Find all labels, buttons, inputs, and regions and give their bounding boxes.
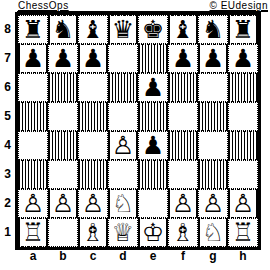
square-e1: ♔ bbox=[138, 218, 168, 247]
black-pawn-g7: ♟ bbox=[200, 45, 226, 72]
square-f7: ♟ bbox=[168, 44, 198, 73]
file-label-a: a bbox=[18, 250, 48, 263]
white-pawn-d4: ♙ bbox=[110, 132, 136, 159]
rank-label-7: 7 bbox=[0, 44, 15, 73]
square-a3 bbox=[18, 160, 48, 189]
rank-label-8: 8 bbox=[0, 15, 15, 44]
square-b4 bbox=[48, 131, 78, 160]
black-king-e8: ♚ bbox=[142, 16, 164, 43]
square-e8: ♚ bbox=[138, 15, 168, 44]
white-bishop-f1: ♗ bbox=[172, 219, 194, 246]
square-c2: ♙ bbox=[78, 189, 108, 218]
rank-label-3: 3 bbox=[0, 160, 15, 189]
square-h1: ♖ bbox=[228, 218, 258, 247]
rank-label-1: 1 bbox=[0, 218, 15, 247]
square-f5 bbox=[168, 102, 198, 131]
square-f4 bbox=[168, 131, 198, 160]
file-label-d: d bbox=[108, 250, 138, 263]
square-a7: ♟ bbox=[18, 44, 48, 73]
square-g3 bbox=[198, 160, 228, 189]
file-label-h: h bbox=[228, 250, 258, 263]
square-e2 bbox=[138, 189, 168, 218]
black-bishop-f8: ♝ bbox=[170, 16, 196, 43]
square-e5 bbox=[138, 102, 168, 131]
square-e6: ♟ bbox=[138, 73, 168, 102]
board: ♜♞♝♛♚♝♞♜♟♟♟♟♟♟♟♙♟♙♙♙♘♙♙♙♖♗♕♔♗♘♖ bbox=[15, 12, 261, 250]
square-h6 bbox=[228, 73, 258, 102]
square-b5 bbox=[48, 102, 78, 131]
white-pawn-f2: ♙ bbox=[170, 190, 196, 217]
square-f3 bbox=[168, 160, 198, 189]
black-rook-h8: ♜ bbox=[230, 16, 256, 43]
square-g6 bbox=[198, 73, 228, 102]
square-a1: ♖ bbox=[18, 218, 48, 247]
square-d3 bbox=[108, 160, 138, 189]
square-g8: ♞ bbox=[198, 15, 228, 44]
square-h4 bbox=[228, 131, 258, 160]
square-e3 bbox=[138, 160, 168, 189]
file-label-f: f bbox=[168, 250, 198, 263]
white-pawn-a2: ♙ bbox=[22, 190, 44, 217]
square-f8: ♝ bbox=[168, 15, 198, 44]
eudesign-copyright-link[interactable]: © EUdesign bbox=[209, 0, 268, 11]
square-d7 bbox=[108, 44, 138, 73]
square-c8: ♝ bbox=[78, 15, 108, 44]
square-e4: ♟ bbox=[138, 131, 168, 160]
file-labels: abcdefgh bbox=[18, 250, 258, 263]
square-c4 bbox=[78, 131, 108, 160]
square-b2: ♙ bbox=[48, 189, 78, 218]
square-a8: ♜ bbox=[18, 15, 48, 44]
rank-labels: 87654321 bbox=[0, 15, 15, 247]
square-d1: ♕ bbox=[108, 218, 138, 247]
square-d6 bbox=[108, 73, 138, 102]
file-label-e: e bbox=[138, 250, 168, 263]
square-c1: ♗ bbox=[78, 218, 108, 247]
square-b8: ♞ bbox=[48, 15, 78, 44]
black-pawn-a7: ♟ bbox=[20, 45, 46, 72]
square-f6 bbox=[168, 73, 198, 102]
square-d8: ♛ bbox=[108, 15, 138, 44]
white-pawn-b2: ♙ bbox=[50, 190, 76, 217]
square-e7 bbox=[138, 44, 168, 73]
square-f2: ♙ bbox=[168, 189, 198, 218]
square-g4 bbox=[198, 131, 228, 160]
square-d5 bbox=[108, 102, 138, 131]
square-g1: ♘ bbox=[198, 218, 228, 247]
white-rook-h1: ♖ bbox=[232, 219, 254, 246]
square-b7: ♟ bbox=[48, 44, 78, 73]
square-a4 bbox=[18, 131, 48, 160]
square-d4: ♙ bbox=[108, 131, 138, 160]
white-bishop-c1: ♗ bbox=[80, 219, 106, 246]
file-label-c: c bbox=[78, 250, 108, 263]
black-pawn-e6: ♟ bbox=[142, 74, 164, 101]
white-king-e1: ♔ bbox=[140, 219, 166, 246]
header-bar: ChessOps © EUdesign bbox=[17, 0, 268, 12]
white-queen-d1: ♕ bbox=[112, 219, 134, 246]
square-a5 bbox=[18, 102, 48, 131]
square-h7: ♟ bbox=[228, 44, 258, 73]
square-d2: ♘ bbox=[108, 189, 138, 218]
square-g7: ♟ bbox=[198, 44, 228, 73]
black-queen-d8: ♛ bbox=[110, 16, 136, 43]
white-pawn-c2: ♙ bbox=[82, 190, 104, 217]
chessops-title-link[interactable]: ChessOps bbox=[18, 0, 69, 11]
rank-label-6: 6 bbox=[0, 73, 15, 102]
rank-label-5: 5 bbox=[0, 102, 15, 131]
black-knight-g8: ♞ bbox=[202, 16, 224, 43]
square-b6 bbox=[48, 73, 78, 102]
black-pawn-c7: ♟ bbox=[80, 45, 106, 72]
square-c5 bbox=[78, 102, 108, 131]
black-knight-b8: ♞ bbox=[50, 16, 76, 43]
square-h5 bbox=[228, 102, 258, 131]
square-c6 bbox=[78, 73, 108, 102]
square-g2: ♙ bbox=[198, 189, 228, 218]
rank-label-2: 2 bbox=[0, 189, 15, 218]
square-h2: ♙ bbox=[228, 189, 258, 218]
black-pawn-h7: ♟ bbox=[232, 45, 254, 72]
square-a6 bbox=[18, 73, 48, 102]
rank-label-4: 4 bbox=[0, 131, 15, 160]
black-pawn-b7: ♟ bbox=[52, 45, 74, 72]
white-knight-g1: ♘ bbox=[200, 219, 226, 246]
square-b1 bbox=[48, 218, 78, 247]
square-f1: ♗ bbox=[168, 218, 198, 247]
white-pawn-g2: ♙ bbox=[202, 190, 224, 217]
black-bishop-c8: ♝ bbox=[82, 16, 104, 43]
square-a2: ♙ bbox=[18, 189, 48, 218]
black-pawn-f7: ♟ bbox=[172, 45, 194, 72]
white-rook-a1: ♖ bbox=[20, 219, 46, 246]
white-pawn-h2: ♙ bbox=[230, 190, 256, 217]
square-b3 bbox=[48, 160, 78, 189]
square-h3 bbox=[228, 160, 258, 189]
square-c7: ♟ bbox=[78, 44, 108, 73]
black-rook-a8: ♜ bbox=[22, 16, 44, 43]
square-c3 bbox=[78, 160, 108, 189]
white-knight-d2: ♘ bbox=[110, 190, 136, 217]
square-h8: ♜ bbox=[228, 15, 258, 44]
file-label-g: g bbox=[198, 250, 228, 263]
file-label-b: b bbox=[48, 250, 78, 263]
square-g5 bbox=[198, 102, 228, 131]
black-pawn-e4: ♟ bbox=[142, 132, 164, 159]
